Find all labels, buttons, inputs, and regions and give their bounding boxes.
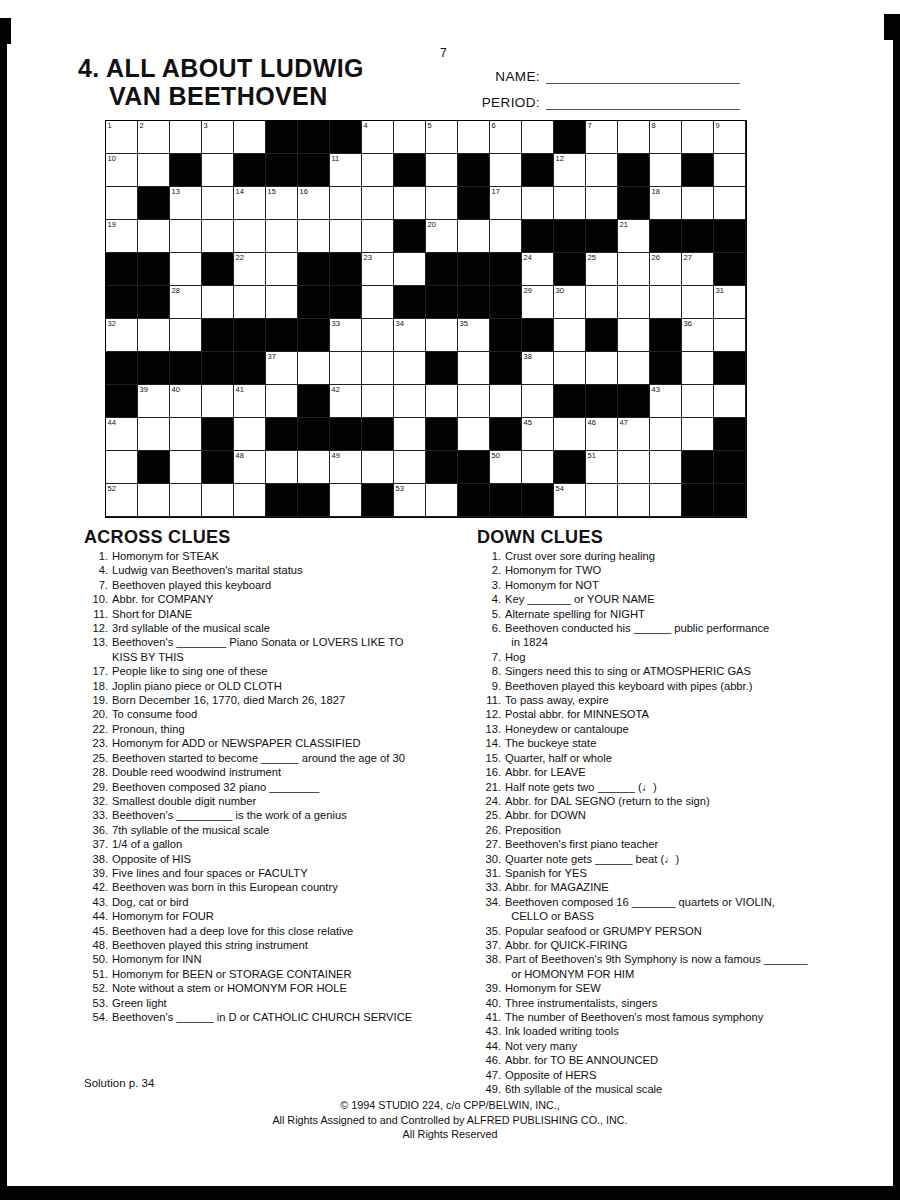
white-cell[interactable] (458, 418, 490, 451)
white-cell[interactable] (618, 121, 650, 154)
cell-number: 26 (652, 253, 660, 262)
white-cell[interactable] (682, 385, 714, 418)
white-cell[interactable] (394, 187, 426, 220)
white-cell[interactable]: 44 (106, 418, 138, 451)
white-cell[interactable] (362, 319, 394, 352)
white-cell[interactable]: 29 (522, 286, 554, 319)
white-cell[interactable]: 48 (234, 451, 266, 484)
black-cell (298, 253, 330, 286)
black-cell (298, 385, 330, 418)
clue-number: 13. (477, 722, 505, 736)
across-clue-list: 1.Homonym for STEAK4.Ludwig van Beethove… (84, 549, 474, 1024)
white-cell[interactable] (362, 154, 394, 187)
scan-edge-bottom (0, 1186, 900, 1200)
clue-text: To consume food (112, 707, 197, 721)
white-cell[interactable] (586, 352, 618, 385)
clue-number: 42. (84, 880, 112, 894)
clue-number: 43. (84, 895, 112, 909)
black-cell (330, 418, 362, 451)
white-cell[interactable] (138, 319, 170, 352)
clue-text: Abbr. for COMPANY (112, 592, 213, 606)
down-clue-item: 46.Abbr. for TO BE ANNOUNCED (477, 1053, 897, 1067)
white-cell[interactable]: 22 (234, 253, 266, 286)
white-cell[interactable] (394, 352, 426, 385)
white-cell[interactable] (330, 352, 362, 385)
white-cell[interactable] (394, 253, 426, 286)
clue-number: 4. (84, 563, 112, 577)
clue-text: Abbr. for LEAVE (505, 765, 586, 779)
across-clue-item: 51.Homonym for BEEN or STORAGE CONTAINER (84, 967, 474, 981)
white-cell[interactable]: 30 (554, 286, 586, 319)
white-cell[interactable]: 52 (106, 484, 138, 517)
cell-number: 38 (524, 352, 532, 361)
white-cell[interactable] (202, 385, 234, 418)
white-cell[interactable] (682, 286, 714, 319)
cell-number: 35 (460, 319, 468, 328)
clue-number: 38. (84, 852, 112, 866)
white-cell[interactable]: 33 (330, 319, 362, 352)
down-clue-item: 12.Postal abbr. for MINNESOTA (477, 707, 897, 721)
across-clue-item: 1.Homonym for STEAK (84, 549, 474, 563)
clue-number: 28. (84, 765, 112, 779)
white-cell[interactable] (298, 352, 330, 385)
white-cell[interactable]: 3 (202, 121, 234, 154)
white-cell[interactable] (394, 385, 426, 418)
white-cell[interactable] (170, 451, 202, 484)
white-cell[interactable] (714, 187, 746, 220)
white-cell[interactable] (618, 352, 650, 385)
clue-number: 32. (84, 794, 112, 808)
down-clue-item: 5.Alternate spelling for NIGHT (477, 607, 897, 621)
white-cell[interactable] (202, 154, 234, 187)
clue-text: Homonym for BEEN or STORAGE CONTAINER (112, 967, 352, 981)
white-cell[interactable] (426, 154, 458, 187)
cell-number: 22 (236, 253, 244, 262)
white-cell[interactable]: 39 (138, 385, 170, 418)
clue-number: 48. (84, 938, 112, 952)
white-cell[interactable] (586, 484, 618, 517)
clue-text: 7th syllable of the musical scale (112, 823, 269, 837)
white-cell[interactable]: 26 (650, 253, 682, 286)
white-cell[interactable] (234, 418, 266, 451)
black-cell (394, 286, 426, 319)
clue-text: Pronoun, thing (112, 722, 185, 736)
white-cell[interactable] (426, 385, 458, 418)
clue-number: 29. (84, 780, 112, 794)
name-label: NAME: (468, 69, 540, 84)
clue-number: 25. (84, 751, 112, 765)
white-cell[interactable]: 17 (490, 187, 522, 220)
page-number: 7 (440, 46, 447, 60)
cell-number: 19 (108, 220, 116, 229)
white-cell[interactable] (170, 319, 202, 352)
white-cell[interactable] (650, 418, 682, 451)
black-cell (682, 484, 714, 517)
across-clue-item: 44.Homonym for FOUR (84, 909, 474, 923)
white-cell[interactable] (458, 352, 490, 385)
black-cell (426, 352, 458, 385)
down-clue-item: 30.Quarter note gets ______ beat (♩) (477, 852, 897, 866)
white-cell[interactable] (682, 187, 714, 220)
white-cell[interactable] (234, 286, 266, 319)
clue-text: Beethoven's first piano teacher (505, 837, 658, 851)
white-cell[interactable] (266, 451, 298, 484)
across-clue-item: 53.Green light (84, 996, 474, 1010)
white-cell[interactable]: 25 (586, 253, 618, 286)
white-cell[interactable] (170, 253, 202, 286)
white-cell[interactable]: 28 (170, 286, 202, 319)
white-cell[interactable] (586, 154, 618, 187)
across-clue-item: 22.Pronoun, thing (84, 722, 474, 736)
down-clue-item: 2.Homonym for TWO (477, 563, 897, 577)
white-cell[interactable] (650, 286, 682, 319)
white-cell[interactable] (330, 484, 362, 517)
white-cell[interactable]: 24 (522, 253, 554, 286)
white-cell[interactable]: 11 (330, 154, 362, 187)
white-cell[interactable] (426, 187, 458, 220)
down-clue-item: 9.Beethoven played this keyboard with pi… (477, 679, 897, 693)
cell-number: 24 (524, 253, 532, 262)
white-cell[interactable] (362, 385, 394, 418)
clue-number: 7. (477, 650, 505, 664)
down-clue-item: 43.Ink loaded writing tools (477, 1024, 897, 1038)
white-cell[interactable]: 6 (490, 121, 522, 154)
down-clue-item: 26.Preposition (477, 823, 897, 837)
cell-number: 41 (236, 385, 244, 394)
clue-text: Short for DIANE (112, 607, 192, 621)
white-cell[interactable]: 9 (714, 121, 746, 154)
white-cell[interactable]: 46 (586, 418, 618, 451)
clue-number: 12. (84, 621, 112, 635)
white-cell[interactable] (202, 187, 234, 220)
cell-number: 43 (652, 385, 660, 394)
black-cell (394, 154, 426, 187)
down-clue-item: 16.Abbr. for LEAVE (477, 765, 897, 779)
clue-number: 8. (477, 664, 505, 678)
white-cell[interactable]: 34 (394, 319, 426, 352)
white-cell[interactable] (170, 121, 202, 154)
across-clue-item: 29.Beethoven composed 32 piano ________ (84, 780, 474, 794)
clue-text: Alternate spelling for NIGHT (505, 607, 645, 621)
black-cell (106, 286, 138, 319)
white-cell[interactable] (362, 352, 394, 385)
cell-number: 25 (588, 253, 596, 262)
white-cell[interactable] (554, 418, 586, 451)
white-cell[interactable]: 45 (522, 418, 554, 451)
white-cell[interactable] (522, 385, 554, 418)
white-cell[interactable] (458, 220, 490, 253)
white-cell[interactable] (202, 484, 234, 517)
black-cell (618, 385, 650, 418)
white-cell[interactable] (362, 451, 394, 484)
clue-text: To pass away, expire (505, 693, 609, 707)
white-cell[interactable]: 23 (362, 253, 394, 286)
white-cell[interactable]: 32 (106, 319, 138, 352)
white-cell[interactable]: 31 (714, 286, 746, 319)
cell-number: 20 (428, 220, 436, 229)
cell-number: 36 (684, 319, 692, 328)
white-cell[interactable]: 51 (586, 451, 618, 484)
black-cell (522, 154, 554, 187)
white-cell[interactable]: 53 (394, 484, 426, 517)
white-cell[interactable]: 37 (266, 352, 298, 385)
white-cell[interactable] (618, 484, 650, 517)
white-cell[interactable] (458, 121, 490, 154)
cell-number: 50 (492, 451, 500, 460)
down-clue-item: 14.The buckeye state (477, 736, 897, 750)
black-cell (714, 418, 746, 451)
white-cell[interactable]: 43 (650, 385, 682, 418)
white-cell[interactable]: 50 (490, 451, 522, 484)
cell-number: 32 (108, 319, 116, 328)
black-cell (458, 187, 490, 220)
clue-text: Note without a stem or HOMONYM FOR HOLE (112, 981, 347, 995)
white-cell[interactable]: 38 (522, 352, 554, 385)
black-cell (298, 484, 330, 517)
black-cell (138, 286, 170, 319)
cell-number: 18 (652, 187, 660, 196)
clue-number: 52. (84, 981, 112, 995)
white-cell[interactable] (682, 121, 714, 154)
white-cell[interactable] (458, 385, 490, 418)
down-clues-header: DOWN CLUES (477, 527, 603, 548)
white-cell[interactable] (714, 154, 746, 187)
across-clue-item: 17.People like to sing one of these (84, 664, 474, 678)
clue-number: 41. (477, 1010, 505, 1024)
clue-number: 49. (477, 1082, 505, 1096)
white-cell[interactable] (714, 385, 746, 418)
white-cell[interactable]: 13 (170, 187, 202, 220)
white-cell[interactable] (138, 154, 170, 187)
white-cell[interactable] (490, 220, 522, 253)
white-cell[interactable] (650, 154, 682, 187)
white-cell[interactable]: 2 (138, 121, 170, 154)
white-cell[interactable] (362, 286, 394, 319)
white-cell[interactable] (298, 220, 330, 253)
white-cell[interactable]: 4 (362, 121, 394, 154)
cell-number: 54 (556, 484, 564, 493)
clue-number: 39. (84, 866, 112, 880)
down-clue-item: 21.Half note gets two ______ (♩) (477, 780, 897, 794)
black-cell (458, 484, 490, 517)
white-cell[interactable] (394, 418, 426, 451)
white-cell[interactable] (426, 319, 458, 352)
black-cell (554, 121, 586, 154)
white-cell[interactable] (618, 286, 650, 319)
across-clue-item: 12.3rd syllable of the musical scale (84, 621, 474, 635)
clue-text: Joplin piano piece or OLD CLOTH (112, 679, 282, 693)
white-cell[interactable] (202, 286, 234, 319)
white-cell[interactable] (106, 451, 138, 484)
black-cell (650, 352, 682, 385)
white-cell[interactable] (202, 220, 234, 253)
black-cell (554, 385, 586, 418)
white-cell[interactable] (170, 418, 202, 451)
white-cell[interactable]: 49 (330, 451, 362, 484)
clue-text: Postal abbr. for MINNESOTA (505, 707, 649, 721)
white-cell[interactable] (394, 451, 426, 484)
white-cell[interactable] (522, 187, 554, 220)
white-cell[interactable]: 35 (458, 319, 490, 352)
white-cell[interactable] (234, 220, 266, 253)
cell-number: 39 (140, 385, 148, 394)
clue-number: 43. (477, 1024, 505, 1038)
white-cell[interactable] (650, 484, 682, 517)
white-cell[interactable] (490, 385, 522, 418)
clue-number: 18. (84, 679, 112, 693)
clue-text: Green light (112, 996, 167, 1010)
clue-number: 14. (477, 736, 505, 750)
clue-number: 4. (477, 592, 505, 606)
black-cell (266, 121, 298, 154)
white-cell[interactable] (554, 319, 586, 352)
white-cell[interactable] (490, 154, 522, 187)
clue-number: 21. (477, 780, 505, 794)
white-cell[interactable] (170, 220, 202, 253)
across-clue-item: 38.Opposite of HIS (84, 852, 474, 866)
black-cell (330, 253, 362, 286)
white-cell[interactable] (394, 121, 426, 154)
clue-text: 6th syllable of the musical scale (505, 1082, 662, 1096)
white-cell[interactable] (522, 121, 554, 154)
black-cell (682, 154, 714, 187)
white-cell[interactable]: 20 (426, 220, 458, 253)
white-cell[interactable]: 8 (650, 121, 682, 154)
clue-text: Key _______ or YOUR NAME (505, 592, 655, 606)
white-cell[interactable] (426, 484, 458, 517)
white-cell[interactable] (266, 220, 298, 253)
cell-number: 12 (556, 154, 564, 163)
white-cell[interactable] (266, 253, 298, 286)
white-cell[interactable] (618, 253, 650, 286)
white-cell[interactable]: 7 (586, 121, 618, 154)
white-cell[interactable]: 12 (554, 154, 586, 187)
white-cell[interactable]: 42 (330, 385, 362, 418)
white-cell[interactable] (554, 187, 586, 220)
white-cell[interactable] (362, 187, 394, 220)
white-cell[interactable] (266, 385, 298, 418)
black-cell (426, 253, 458, 286)
down-clue-item: 49.6th syllable of the musical scale (477, 1082, 897, 1096)
white-cell[interactable] (682, 418, 714, 451)
clue-text: Ludwig van Beethoven's marital status (112, 563, 303, 577)
white-cell[interactable] (138, 484, 170, 517)
white-cell[interactable] (298, 451, 330, 484)
black-cell (138, 451, 170, 484)
white-cell[interactable] (234, 121, 266, 154)
white-cell[interactable]: 40 (170, 385, 202, 418)
cell-number: 2 (140, 121, 144, 130)
clue-number: 33. (477, 880, 505, 894)
down-clue-item: 24.Abbr. for DAL SEGNO (return to the si… (477, 794, 897, 808)
cell-number: 30 (556, 286, 564, 295)
black-cell (554, 253, 586, 286)
white-cell[interactable] (138, 418, 170, 451)
white-cell[interactable]: 21 (618, 220, 650, 253)
white-cell[interactable]: 5 (426, 121, 458, 154)
cell-number: 45 (524, 418, 532, 427)
clue-text: Homonym for FOUR (112, 909, 214, 923)
white-cell[interactable] (618, 319, 650, 352)
white-cell[interactable] (170, 484, 202, 517)
white-cell[interactable]: 47 (618, 418, 650, 451)
white-cell[interactable] (138, 220, 170, 253)
black-cell (522, 319, 554, 352)
cell-number: 1 (108, 121, 112, 130)
white-cell[interactable] (234, 484, 266, 517)
black-cell (458, 253, 490, 286)
white-cell[interactable]: 10 (106, 154, 138, 187)
white-cell[interactable]: 15 (266, 187, 298, 220)
white-cell[interactable] (586, 286, 618, 319)
clue-text: Honeydew or cantaloupe (505, 722, 629, 736)
white-cell[interactable] (362, 220, 394, 253)
cell-number: 29 (524, 286, 532, 295)
white-cell[interactable]: 19 (106, 220, 138, 253)
across-clue-item: 52.Note without a stem or HOMONYM FOR HO… (84, 981, 474, 995)
white-cell[interactable]: 27 (682, 253, 714, 286)
white-cell[interactable]: 54 (554, 484, 586, 517)
across-clue-item: 33.Beethoven's _________ is the work of … (84, 808, 474, 822)
clue-number: 9. (477, 679, 505, 693)
white-cell[interactable] (522, 451, 554, 484)
clue-text: People like to sing one of these (112, 664, 268, 678)
white-cell[interactable] (714, 319, 746, 352)
cell-number: 31 (716, 286, 724, 295)
clue-number: 24. (477, 794, 505, 808)
white-cell[interactable] (618, 451, 650, 484)
cell-number: 44 (108, 418, 116, 427)
clue-number: 1. (84, 549, 112, 563)
white-cell[interactable]: 36 (682, 319, 714, 352)
down-clue-item: 34.Beethoven composed 16 _______ quartet… (477, 895, 897, 924)
white-cell[interactable] (266, 286, 298, 319)
clue-number: 12. (477, 707, 505, 721)
across-clue-item: 50.Homonym for INN (84, 952, 474, 966)
clue-text: Hog (505, 650, 526, 664)
white-cell[interactable]: 1 (106, 121, 138, 154)
black-cell (490, 253, 522, 286)
clue-text: Not very many (505, 1039, 577, 1053)
white-cell[interactable]: 16 (298, 187, 330, 220)
down-clue-item: 40.Three instrumentalists, singers (477, 996, 897, 1010)
black-cell (266, 418, 298, 451)
white-cell[interactable] (330, 187, 362, 220)
clue-number: 40. (477, 996, 505, 1010)
black-cell (426, 418, 458, 451)
black-cell (490, 418, 522, 451)
black-cell (458, 286, 490, 319)
clue-text: Three instrumentalists, singers (505, 996, 657, 1010)
white-cell[interactable] (106, 187, 138, 220)
across-clue-item: 11.Short for DIANE (84, 607, 474, 621)
white-cell[interactable] (586, 187, 618, 220)
white-cell[interactable] (650, 451, 682, 484)
white-cell[interactable]: 18 (650, 187, 682, 220)
white-cell[interactable] (682, 352, 714, 385)
clue-number: 53. (84, 996, 112, 1010)
down-clue-item: 41.The number of Beethoven's most famous… (477, 1010, 897, 1024)
white-cell[interactable]: 41 (234, 385, 266, 418)
worksheet-page: 7 4. ALL ABOUT LUDWIG VAN BEETHOVEN NAME… (0, 0, 900, 1200)
cell-number: 8 (652, 121, 656, 130)
clue-number: 37. (84, 837, 112, 851)
black-cell (298, 154, 330, 187)
white-cell[interactable] (554, 352, 586, 385)
white-cell[interactable] (330, 220, 362, 253)
black-cell (714, 220, 746, 253)
white-cell[interactable]: 14 (234, 187, 266, 220)
